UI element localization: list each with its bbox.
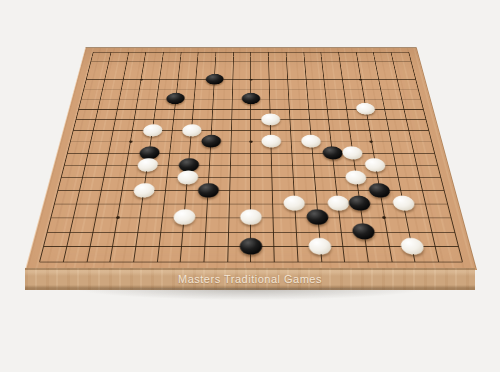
- board-intersection[interactable]: [168, 75, 187, 84]
- board-intersection[interactable]: [322, 148, 344, 160]
- board-intersection[interactable]: [87, 104, 108, 114]
- board-intersection[interactable]: [352, 225, 377, 240]
- board-intersection[interactable]: [260, 75, 279, 84]
- board-intersection[interactable]: [313, 57, 332, 66]
- board-intersection[interactable]: [113, 172, 136, 185]
- board-intersection[interactable]: [308, 239, 332, 254]
- board-intersection[interactable]: [61, 211, 86, 225]
- board-intersection[interactable]: [261, 136, 281, 147]
- board-intersection[interactable]: [294, 48, 312, 57]
- board-intersection[interactable]: [260, 84, 279, 94]
- board-intersection[interactable]: [372, 211, 397, 225]
- board-intersection[interactable]: [218, 197, 240, 211]
- board-intersection[interactable]: [86, 197, 110, 211]
- board-intersection[interactable]: [220, 148, 241, 160]
- board-intersection[interactable]: [374, 225, 399, 240]
- board-intersection[interactable]: [296, 66, 315, 75]
- board-intersection[interactable]: [150, 75, 170, 84]
- board-intersection[interactable]: [160, 136, 181, 147]
- board-intersection[interactable]: [284, 211, 307, 225]
- board-intersection[interactable]: [281, 148, 302, 160]
- board-intersection[interactable]: [64, 197, 89, 211]
- board-intersection[interactable]: [261, 172, 282, 185]
- board-intersection[interactable]: [299, 115, 319, 126]
- board-intersection[interactable]: [124, 115, 145, 126]
- board-intersection[interactable]: [120, 136, 142, 147]
- board-intersection[interactable]: [334, 84, 354, 94]
- board-intersection[interactable]: [142, 125, 163, 136]
- board-intersection[interactable]: [339, 125, 360, 136]
- board-intersection[interactable]: [318, 115, 339, 126]
- board-intersection[interactable]: [387, 75, 407, 84]
- board-intersection[interactable]: [355, 104, 376, 114]
- stone-white: [132, 183, 155, 197]
- board-intersection[interactable]: [97, 148, 120, 160]
- board-intersection[interactable]: [92, 172, 116, 185]
- board-intersection[interactable]: [407, 84, 428, 94]
- star-point: [129, 141, 133, 143]
- board-intersection[interactable]: [324, 172, 347, 185]
- board-intersection[interactable]: [364, 159, 387, 171]
- board-intersection[interactable]: [240, 211, 262, 225]
- board-intersection[interactable]: [122, 125, 144, 136]
- board-intersection[interactable]: [128, 211, 152, 225]
- board-intersection[interactable]: [117, 148, 139, 160]
- board-intersection[interactable]: [279, 84, 298, 94]
- board-intersection[interactable]: [415, 115, 437, 126]
- board-intersection[interactable]: [378, 125, 400, 136]
- board-intersection[interactable]: [195, 211, 218, 225]
- board-intersection[interactable]: [262, 184, 284, 197]
- board-intersection[interactable]: [260, 57, 278, 66]
- board-intersection[interactable]: [223, 84, 242, 94]
- board-intersection[interactable]: [260, 48, 278, 57]
- board-intersection[interactable]: [383, 57, 403, 66]
- board-intersection[interactable]: [123, 239, 148, 254]
- board-intersection[interactable]: [104, 115, 126, 126]
- board-intersection[interactable]: [225, 48, 243, 57]
- board-intersection[interactable]: [223, 75, 242, 84]
- board-intersection[interactable]: [330, 57, 349, 66]
- board-intersection[interactable]: [345, 172, 368, 185]
- board-intersection[interactable]: [279, 104, 299, 114]
- board-intersection[interactable]: [130, 197, 154, 211]
- board-intersection[interactable]: [171, 225, 195, 240]
- board-intersection[interactable]: [126, 104, 147, 114]
- board-intersection[interactable]: [157, 159, 179, 171]
- board-intersection[interactable]: [113, 75, 133, 84]
- board-intersection[interactable]: [57, 225, 83, 240]
- board-intersection[interactable]: [385, 159, 408, 171]
- board-intersection[interactable]: [100, 239, 126, 254]
- board-intersection[interactable]: [240, 184, 262, 197]
- board-intersection[interactable]: [398, 125, 420, 136]
- board-intersection[interactable]: [53, 239, 79, 254]
- board-intersection[interactable]: [410, 94, 431, 104]
- board-intersection[interactable]: [441, 225, 467, 240]
- board-intersection[interactable]: [111, 84, 131, 94]
- board-intersection[interactable]: [304, 184, 327, 197]
- board-intersection[interactable]: [145, 104, 166, 114]
- board-intersection[interactable]: [202, 115, 222, 126]
- board-intersection[interactable]: [399, 48, 419, 57]
- board-intersection[interactable]: [242, 48, 260, 57]
- board-intersection[interactable]: [387, 172, 411, 185]
- board-intersection[interactable]: [241, 125, 261, 136]
- board-intersection[interactable]: [399, 239, 425, 254]
- board-intersection[interactable]: [82, 125, 104, 136]
- board-intersection[interactable]: [89, 184, 113, 197]
- board-intersection[interactable]: [221, 136, 241, 147]
- board-intersection[interactable]: [173, 211, 196, 225]
- board-intersection[interactable]: [193, 239, 217, 254]
- board-intersection[interactable]: [370, 197, 394, 211]
- board-intersection[interactable]: [180, 136, 201, 147]
- board-intersection[interactable]: [285, 225, 308, 240]
- board-intersection[interactable]: [262, 239, 285, 254]
- board-intersection[interactable]: [314, 75, 333, 84]
- board-intersection[interactable]: [166, 94, 186, 104]
- board-intersection[interactable]: [260, 94, 279, 104]
- board-intersection[interactable]: [372, 94, 393, 104]
- board-intersection[interactable]: [148, 225, 172, 240]
- board-intersection[interactable]: [260, 66, 278, 75]
- board-intersection[interactable]: [131, 75, 151, 84]
- board-intersection[interactable]: [241, 136, 261, 147]
- board-intersection[interactable]: [126, 225, 151, 240]
- board-intersection[interactable]: [187, 66, 206, 75]
- board-intersection[interactable]: [315, 84, 335, 94]
- board-intersection[interactable]: [219, 184, 241, 197]
- board-intersection[interactable]: [280, 125, 300, 136]
- board-intersection[interactable]: [204, 84, 223, 94]
- board-intersection[interactable]: [147, 94, 167, 104]
- board-intersection[interactable]: [367, 66, 387, 75]
- board-intersection[interactable]: [153, 57, 172, 66]
- board-intersection[interactable]: [278, 66, 297, 75]
- board-intersection[interactable]: [342, 148, 364, 160]
- board-intersection[interactable]: [130, 84, 150, 94]
- board-intersection[interactable]: [207, 48, 225, 57]
- board-intersection[interactable]: [354, 239, 379, 254]
- board-intersection[interactable]: [349, 66, 369, 75]
- board-intersection[interactable]: [412, 104, 434, 114]
- board-intersection[interactable]: [196, 197, 219, 211]
- board-intersection[interactable]: [423, 148, 446, 160]
- board-intersection[interactable]: [115, 159, 138, 171]
- board-intersection[interactable]: [359, 125, 381, 136]
- board-intersection[interactable]: [405, 75, 426, 84]
- board-intersection[interactable]: [408, 172, 432, 185]
- board-intersection[interactable]: [99, 136, 121, 147]
- board-intersection[interactable]: [155, 172, 178, 185]
- board-intersection[interactable]: [282, 159, 303, 171]
- stone-white: [261, 113, 280, 125]
- board-intersection[interactable]: [262, 211, 285, 225]
- board-intersection[interactable]: [85, 115, 107, 126]
- board-intersection[interactable]: [279, 94, 298, 104]
- board-intersection[interactable]: [194, 225, 217, 240]
- board-intersection[interactable]: [136, 48, 155, 57]
- board-intersection[interactable]: [366, 57, 386, 66]
- board-intersection[interactable]: [403, 66, 423, 75]
- board-intersection[interactable]: [217, 225, 240, 240]
- stone-black: [242, 93, 260, 104]
- board-intersection[interactable]: [205, 75, 224, 84]
- stone-white: [355, 103, 376, 114]
- board-intersection[interactable]: [222, 104, 241, 114]
- board-intersection[interactable]: [298, 104, 318, 114]
- board-intersection[interactable]: [389, 84, 410, 94]
- board-intersection[interactable]: [360, 136, 382, 147]
- board-intersection[interactable]: [277, 57, 295, 66]
- board-intersection[interactable]: [117, 57, 137, 66]
- board-intersection[interactable]: [261, 148, 282, 160]
- board-intersection[interactable]: [159, 148, 181, 160]
- board-intersection[interactable]: [336, 104, 357, 114]
- board-intersection[interactable]: [115, 66, 135, 75]
- board-intersection[interactable]: [317, 104, 337, 114]
- board-intersection[interactable]: [221, 125, 241, 136]
- board-intersection[interactable]: [327, 197, 350, 211]
- board-intersection[interactable]: [187, 75, 206, 84]
- stone-black: [352, 223, 376, 239]
- board-intersection[interactable]: [79, 136, 102, 147]
- stone-white: [364, 158, 386, 171]
- board-intersection[interactable]: [401, 57, 421, 66]
- board-intersection[interactable]: [303, 172, 325, 185]
- board-intersection[interactable]: [352, 84, 372, 94]
- board-intersection[interactable]: [90, 94, 111, 104]
- board-intersection[interactable]: [392, 197, 416, 211]
- board-intersection[interactable]: [204, 94, 223, 104]
- board-intersection[interactable]: [335, 94, 355, 104]
- board-intersection[interactable]: [70, 172, 94, 185]
- board-intersection[interactable]: [241, 148, 262, 160]
- board-intersection[interactable]: [282, 172, 304, 185]
- board-intersection[interactable]: [133, 66, 153, 75]
- board-intersection[interactable]: [391, 94, 412, 104]
- board-intersection[interactable]: [101, 48, 120, 57]
- board-intersection[interactable]: [331, 239, 356, 254]
- board-intersection[interactable]: [241, 115, 261, 126]
- board-intersection[interactable]: [417, 125, 440, 136]
- board-intersection[interactable]: [242, 75, 260, 84]
- board-intersection[interactable]: [199, 159, 220, 171]
- board-intersection[interactable]: [348, 197, 372, 211]
- board-intersection[interactable]: [223, 94, 242, 104]
- board-intersection[interactable]: [302, 148, 323, 160]
- board-intersection[interactable]: [181, 125, 202, 136]
- board-intersection[interactable]: [239, 239, 262, 254]
- board-intersection[interactable]: [301, 136, 322, 147]
- board-intersection[interactable]: [203, 104, 223, 114]
- board-intersection[interactable]: [154, 184, 177, 197]
- board-intersection[interactable]: [296, 75, 315, 84]
- board-intersection[interactable]: [128, 94, 149, 104]
- board-intersection[interactable]: [241, 104, 260, 114]
- board-intersection[interactable]: [206, 57, 224, 66]
- board-intersection[interactable]: [119, 48, 138, 57]
- go-board-surface: [25, 47, 477, 270]
- board-intersection[interactable]: [200, 148, 221, 160]
- board-intersection[interactable]: [242, 94, 261, 104]
- board-intersection[interactable]: [312, 48, 330, 57]
- board-intersection[interactable]: [224, 66, 242, 75]
- board-intersection[interactable]: [320, 125, 341, 136]
- board-intersection[interactable]: [242, 66, 260, 75]
- board-intersection[interactable]: [298, 94, 318, 104]
- board-intersection[interactable]: [333, 75, 353, 84]
- board-intersection[interactable]: [374, 104, 395, 114]
- board-intersection[interactable]: [380, 136, 402, 147]
- board-intersection[interactable]: [357, 115, 378, 126]
- board-intersection[interactable]: [281, 136, 302, 147]
- board-intersection[interactable]: [316, 94, 336, 104]
- board-intersection[interactable]: [135, 57, 154, 66]
- board-intersection[interactable]: [376, 115, 398, 126]
- board-intersection[interactable]: [103, 225, 128, 240]
- board-intersection[interactable]: [219, 172, 240, 185]
- board-intersection[interactable]: [186, 84, 205, 94]
- board-intersection[interactable]: [188, 57, 207, 66]
- board-intersection[interactable]: [429, 172, 453, 185]
- board-intersection[interactable]: [371, 84, 391, 94]
- board-intersection[interactable]: [148, 84, 168, 94]
- board-intersection[interactable]: [240, 172, 261, 185]
- board-intersection[interactable]: [105, 211, 130, 225]
- board-intersection[interactable]: [314, 66, 333, 75]
- board-intersection[interactable]: [106, 104, 127, 114]
- board-intersection[interactable]: [164, 104, 184, 114]
- board-intersection[interactable]: [76, 148, 99, 160]
- board-intersection[interactable]: [364, 48, 383, 57]
- board-intersection[interactable]: [403, 148, 426, 160]
- board-intersection[interactable]: [109, 94, 130, 104]
- board-intersection[interactable]: [242, 57, 260, 66]
- board-intersection[interactable]: [277, 48, 295, 57]
- board-intersection[interactable]: [283, 197, 306, 211]
- board-intersection[interactable]: [351, 75, 371, 84]
- board-intersection[interactable]: [185, 94, 205, 104]
- board-intersection[interactable]: [154, 48, 173, 57]
- board-intersection[interactable]: [435, 197, 460, 211]
- board-intersection[interactable]: [77, 239, 103, 254]
- board-intersection[interactable]: [108, 197, 132, 211]
- board-intersection[interactable]: [420, 136, 443, 147]
- board-intersection[interactable]: [184, 104, 204, 114]
- board-intersection[interactable]: [347, 48, 366, 57]
- board-intersection[interactable]: [382, 148, 405, 160]
- board-intersection[interactable]: [220, 159, 241, 171]
- board-intersection[interactable]: [369, 75, 389, 84]
- stone-white: [136, 158, 158, 171]
- board-intersection[interactable]: [102, 125, 124, 136]
- board-intersection[interactable]: [222, 115, 242, 126]
- board-intersection[interactable]: [83, 211, 108, 225]
- board-intersection[interactable]: [400, 136, 423, 147]
- board-intersection[interactable]: [385, 66, 405, 75]
- board-intersection[interactable]: [405, 159, 428, 171]
- board-intersection[interactable]: [146, 239, 171, 254]
- board-front-edge: Masters Traditional Games: [25, 268, 475, 290]
- stone-black: [197, 183, 219, 197]
- board-intersection[interactable]: [92, 84, 113, 94]
- board-intersection[interactable]: [80, 225, 105, 240]
- board-intersection[interactable]: [331, 66, 350, 75]
- board-intersection[interactable]: [169, 66, 188, 75]
- board-intersection[interactable]: [348, 57, 367, 66]
- board-intersection[interactable]: [329, 48, 348, 57]
- board-intersection[interactable]: [393, 104, 414, 114]
- board-intersection[interactable]: [368, 184, 392, 197]
- board-intersection[interactable]: [200, 136, 221, 147]
- board-intersection[interactable]: [381, 48, 400, 57]
- board-intersection[interactable]: [278, 75, 297, 84]
- board-intersection[interactable]: [175, 184, 198, 197]
- board-intersection[interactable]: [172, 48, 190, 57]
- board-intersection[interactable]: [376, 239, 402, 254]
- board-intersection[interactable]: [323, 159, 345, 171]
- stone-black: [348, 196, 371, 211]
- board-intersection[interactable]: [262, 197, 284, 211]
- board-intersection[interactable]: [261, 115, 281, 126]
- board-intersection[interactable]: [99, 57, 119, 66]
- board-intersection[interactable]: [329, 225, 353, 240]
- board-intersection[interactable]: [285, 239, 309, 254]
- board-intersection[interactable]: [197, 184, 219, 197]
- board-intersection[interactable]: [328, 211, 352, 225]
- board-intersection[interactable]: [217, 211, 240, 225]
- board-intersection[interactable]: [177, 172, 199, 185]
- board-intersection[interactable]: [262, 225, 285, 240]
- board-intersection[interactable]: [170, 239, 194, 254]
- board-intersection[interactable]: [110, 184, 134, 197]
- board-intersection[interactable]: [241, 159, 262, 171]
- board-intersection[interactable]: [163, 115, 184, 126]
- board-intersection[interactable]: [295, 57, 314, 66]
- board-intersection[interactable]: [302, 159, 324, 171]
- board-intersection[interactable]: [151, 66, 170, 75]
- board-intersection[interactable]: [445, 239, 472, 254]
- board-intersection[interactable]: [338, 115, 359, 126]
- board-intersection[interactable]: [224, 57, 242, 66]
- board-intersection[interactable]: [432, 184, 457, 197]
- board-intersection[interactable]: [394, 211, 419, 225]
- board-intersection[interactable]: [94, 159, 117, 171]
- board-intersection[interactable]: [280, 115, 300, 126]
- board-intersection[interactable]: [216, 239, 239, 254]
- stone-white: [327, 196, 350, 211]
- board-intersection[interactable]: [161, 125, 182, 136]
- board-intersection[interactable]: [152, 197, 175, 211]
- board-intersection[interactable]: [306, 211, 329, 225]
- board-intersection[interactable]: [396, 115, 418, 126]
- board-intersection[interactable]: [94, 75, 114, 84]
- board-intersection[interactable]: [67, 184, 91, 197]
- board-intersection[interactable]: [97, 66, 117, 75]
- board-intersection[interactable]: [297, 84, 316, 94]
- board-intersection[interactable]: [136, 159, 158, 171]
- board-intersection[interactable]: [438, 211, 464, 225]
- board-intersection[interactable]: [426, 159, 450, 171]
- board-intersection[interactable]: [261, 159, 282, 171]
- board-intersection[interactable]: [171, 57, 190, 66]
- board-intersection[interactable]: [189, 48, 207, 57]
- board-intersection[interactable]: [73, 159, 96, 171]
- board-intersection[interactable]: [150, 211, 174, 225]
- board-intersection[interactable]: [132, 184, 155, 197]
